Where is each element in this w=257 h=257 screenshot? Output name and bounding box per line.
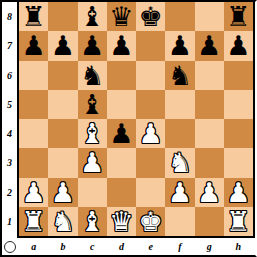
file-label-d: d [107,238,136,255]
square-e1[interactable]: ♚ [136,207,165,236]
square-g6[interactable] [195,61,224,90]
square-g1[interactable] [195,207,224,236]
file-label-e: e [136,238,165,255]
square-f7[interactable]: ♟ [165,31,194,60]
square-b2[interactable]: ♟ [48,178,77,207]
chess-board: ♜♝♛♚♜♟♟♟♟♟♟♟♞♞♝♝♟♟♟♞♟♟♟♟♟♜♞♝♛♚♜ [17,2,255,238]
square-g5[interactable] [195,90,224,119]
piece-black-pawn: ♟ [197,31,221,60]
piece-black-pawn: ♟ [51,31,75,60]
piece-black-pawn: ♟ [109,119,133,148]
square-c4[interactable]: ♝ [78,119,107,148]
square-a5[interactable] [19,90,48,119]
rank-labels: 87654321 [2,2,17,236]
square-h2[interactable]: ♟ [224,178,253,207]
square-g3[interactable] [195,148,224,177]
square-f5[interactable] [165,90,194,119]
square-d3[interactable] [107,148,136,177]
piece-white-knight: ♞ [168,148,192,177]
rank-label-7: 7 [2,31,17,60]
rank-label-5: 5 [2,90,17,119]
square-b5[interactable] [48,90,77,119]
file-label-a: a [19,238,48,255]
piece-black-rook: ♜ [22,2,46,31]
square-c3[interactable]: ♟ [78,148,107,177]
square-h6[interactable] [224,61,253,90]
piece-white-pawn: ♟ [139,119,163,148]
piece-black-knight: ♞ [80,61,104,90]
rank-label-8: 8 [2,2,17,31]
piece-white-pawn: ♟ [197,178,221,207]
square-a8[interactable]: ♜ [19,2,48,31]
square-e2[interactable] [136,178,165,207]
square-c1[interactable]: ♝ [78,207,107,236]
square-g4[interactable] [195,119,224,148]
rank-label-2: 2 [2,178,17,207]
piece-black-king: ♚ [139,2,163,31]
piece-black-queen: ♛ [109,2,133,31]
square-b7[interactable]: ♟ [48,31,77,60]
square-c5[interactable]: ♝ [78,90,107,119]
square-d5[interactable] [107,90,136,119]
square-c8[interactable]: ♝ [78,2,107,31]
square-f2[interactable]: ♟ [165,178,194,207]
square-e3[interactable] [136,148,165,177]
piece-white-bishop: ♝ [80,119,104,148]
rank-label-6: 6 [2,61,17,90]
square-h7[interactable]: ♟ [224,31,253,60]
square-f3[interactable]: ♞ [165,148,194,177]
file-label-h: h [224,238,253,255]
square-h4[interactable] [224,119,253,148]
piece-white-pawn: ♟ [22,178,46,207]
file-label-g: g [195,238,224,255]
rank-label-4: 4 [2,119,17,148]
square-d2[interactable] [107,178,136,207]
piece-white-bishop: ♝ [80,207,104,236]
piece-black-knight: ♞ [168,61,192,90]
square-h1[interactable]: ♜ [224,207,253,236]
file-labels: abcdefgh [19,238,253,255]
rank-label-1: 1 [2,207,17,236]
square-b6[interactable] [48,61,77,90]
square-d6[interactable] [107,61,136,90]
square-e4[interactable]: ♟ [136,119,165,148]
square-g2[interactable]: ♟ [195,178,224,207]
piece-white-pawn: ♟ [51,178,75,207]
piece-white-pawn: ♟ [80,148,104,177]
piece-white-rook: ♜ [226,207,250,236]
square-e8[interactable]: ♚ [136,2,165,31]
square-c2[interactable] [78,178,107,207]
square-e5[interactable] [136,90,165,119]
square-d7[interactable]: ♟ [107,31,136,60]
piece-black-bishop: ♝ [80,90,104,119]
piece-white-pawn: ♟ [168,178,192,207]
piece-white-king: ♚ [139,207,163,236]
square-a1[interactable]: ♜ [19,207,48,236]
white-to-move-indicator [4,241,16,253]
piece-black-pawn: ♟ [109,31,133,60]
square-c6[interactable]: ♞ [78,61,107,90]
square-f6[interactable]: ♞ [165,61,194,90]
square-e6[interactable] [136,61,165,90]
piece-black-pawn: ♟ [80,31,104,60]
square-c7[interactable]: ♟ [78,31,107,60]
piece-white-rook: ♜ [22,207,46,236]
square-f8[interactable] [165,2,194,31]
piece-black-pawn: ♟ [226,31,250,60]
piece-black-pawn: ♟ [22,31,46,60]
piece-white-pawn: ♟ [226,178,250,207]
file-label-f: f [165,238,194,255]
square-g8[interactable] [195,2,224,31]
square-b1[interactable]: ♞ [48,207,77,236]
piece-black-pawn: ♟ [168,31,192,60]
square-e7[interactable] [136,31,165,60]
piece-white-knight: ♞ [51,207,75,236]
file-label-c: c [78,238,107,255]
square-g7[interactable]: ♟ [195,31,224,60]
piece-black-bishop: ♝ [80,2,104,31]
square-b8[interactable] [48,2,77,31]
chess-diagram: 87654321 ♜♝♛♚♜♟♟♟♟♟♟♟♞♞♝♝♟♟♟♞♟♟♟♟♟♜♞♝♛♚♜… [0,0,257,257]
square-a2[interactable]: ♟ [19,178,48,207]
square-h3[interactable] [224,148,253,177]
file-label-b: b [48,238,77,255]
square-b4[interactable] [48,119,77,148]
square-a7[interactable]: ♟ [19,31,48,60]
square-d4[interactable]: ♟ [107,119,136,148]
square-h5[interactable] [224,90,253,119]
square-a6[interactable] [19,61,48,90]
piece-white-queen: ♛ [109,207,133,236]
square-h8[interactable]: ♜ [224,2,253,31]
square-a3[interactable] [19,148,48,177]
square-a4[interactable] [19,119,48,148]
square-f4[interactable] [165,119,194,148]
square-d8[interactable]: ♛ [107,2,136,31]
piece-black-rook: ♜ [226,2,250,31]
square-b3[interactable] [48,148,77,177]
rank-label-3: 3 [2,148,17,177]
square-d1[interactable]: ♛ [107,207,136,236]
square-f1[interactable] [165,207,194,236]
